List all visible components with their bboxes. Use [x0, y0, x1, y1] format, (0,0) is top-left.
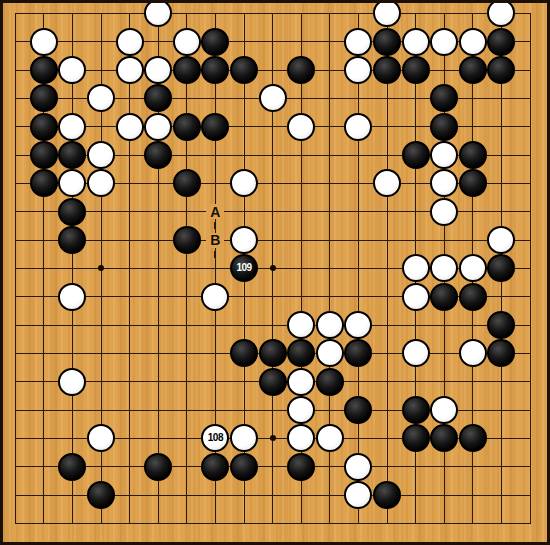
- black-stone: [58, 198, 86, 226]
- black-stone: [459, 56, 487, 84]
- black-stone: [316, 368, 344, 396]
- white-stone: [487, 0, 515, 27]
- black-stone: [287, 56, 315, 84]
- white-stone: [230, 424, 258, 452]
- white-stone: [58, 169, 86, 197]
- white-stone: [373, 0, 401, 27]
- grid-line-v: [530, 13, 531, 524]
- white-stone: [144, 0, 172, 27]
- white-stone: [344, 28, 372, 56]
- black-stone: [402, 424, 430, 452]
- black-stone: [58, 226, 86, 254]
- white-stone: [430, 254, 458, 282]
- black-stone: [259, 339, 287, 367]
- grid-line-h: [15, 523, 531, 524]
- white-stone: [58, 283, 86, 311]
- black-stone: [373, 56, 401, 84]
- black-stone: [30, 169, 58, 197]
- move-number-label: 108: [208, 433, 223, 443]
- white-stone: [316, 424, 344, 452]
- black-stone: [430, 84, 458, 112]
- white-stone: [201, 283, 229, 311]
- white-stone: [287, 424, 315, 452]
- black-stone: [459, 141, 487, 169]
- white-stone: [58, 56, 86, 84]
- black-stone: [402, 141, 430, 169]
- black-stone: [487, 254, 515, 282]
- white-stone: [487, 226, 515, 254]
- white-stone: [344, 56, 372, 84]
- white-stone: [344, 453, 372, 481]
- white-stone: [287, 396, 315, 424]
- black-stone: [230, 56, 258, 84]
- go-board[interactable]: 109108AB: [0, 0, 550, 545]
- black-stone: [459, 169, 487, 197]
- black-stone: [487, 28, 515, 56]
- black-stone: [259, 368, 287, 396]
- grid-line-v: [387, 13, 388, 524]
- black-stone: [459, 283, 487, 311]
- black-stone: [58, 453, 86, 481]
- black-stone: [201, 453, 229, 481]
- black-stone: [487, 56, 515, 84]
- white-stone: [316, 339, 344, 367]
- white-stone: [344, 311, 372, 339]
- black-stone: [58, 141, 86, 169]
- white-stone: [87, 84, 115, 112]
- black-stone: [87, 481, 115, 509]
- black-stone: [144, 141, 172, 169]
- white-stone: [87, 424, 115, 452]
- white-stone: [430, 28, 458, 56]
- black-stone: [287, 339, 315, 367]
- black-stone: [173, 56, 201, 84]
- black-stone: [344, 339, 372, 367]
- black-stone: [373, 28, 401, 56]
- black-stone: [201, 28, 229, 56]
- black-stone: [402, 396, 430, 424]
- grid-line-v: [358, 13, 359, 524]
- white-stone: [116, 56, 144, 84]
- white-stone: [316, 311, 344, 339]
- marker-dash: [214, 251, 216, 258]
- white-stone: [459, 254, 487, 282]
- black-stone: [30, 56, 58, 84]
- white-stone: [430, 141, 458, 169]
- black-stone: [201, 113, 229, 141]
- black-stone: [344, 396, 372, 424]
- white-stone: [459, 28, 487, 56]
- black-stone: [487, 339, 515, 367]
- move-number-label: 109: [236, 263, 251, 273]
- white-stone: [402, 283, 430, 311]
- white-stone: [30, 28, 58, 56]
- black-stone: [402, 56, 430, 84]
- white-stone: [287, 113, 315, 141]
- white-stone: [116, 113, 144, 141]
- black-stone: [430, 283, 458, 311]
- black-stone: [144, 453, 172, 481]
- black-stone: [173, 226, 201, 254]
- white-stone: [144, 56, 172, 84]
- point-label-a: A: [206, 204, 224, 219]
- white-stone: [402, 254, 430, 282]
- black-stone: [30, 113, 58, 141]
- star-point: [98, 265, 104, 271]
- white-stone: [259, 84, 287, 112]
- black-stone: 109: [230, 254, 258, 282]
- black-stone: [30, 141, 58, 169]
- white-stone: [173, 28, 201, 56]
- black-stone: [230, 339, 258, 367]
- white-stone: [459, 339, 487, 367]
- black-stone: [30, 84, 58, 112]
- white-stone: [430, 198, 458, 226]
- black-stone: [173, 113, 201, 141]
- white-stone: [58, 368, 86, 396]
- white-stone: [430, 169, 458, 197]
- black-stone: [230, 453, 258, 481]
- marker-dash: [214, 222, 216, 229]
- black-stone: [144, 84, 172, 112]
- grid-line-h: [15, 466, 531, 467]
- black-stone: [430, 424, 458, 452]
- white-stone: [373, 169, 401, 197]
- white-stone: [58, 113, 86, 141]
- star-point: [270, 435, 276, 441]
- black-stone: [430, 113, 458, 141]
- white-stone: [144, 113, 172, 141]
- star-point: [270, 265, 276, 271]
- white-stone: [287, 311, 315, 339]
- white-stone: [230, 226, 258, 254]
- point-label-b: B: [206, 233, 224, 248]
- white-stone: [230, 169, 258, 197]
- white-stone: [287, 368, 315, 396]
- white-stone: [87, 141, 115, 169]
- white-stone: [116, 28, 144, 56]
- black-stone: [201, 56, 229, 84]
- white-stone: [344, 481, 372, 509]
- black-stone: [287, 453, 315, 481]
- white-stone: 108: [201, 424, 229, 452]
- white-stone: [402, 339, 430, 367]
- grid-line-h: [15, 325, 531, 326]
- black-stone: [459, 424, 487, 452]
- white-stone: [402, 28, 430, 56]
- black-stone: [173, 169, 201, 197]
- white-stone: [87, 169, 115, 197]
- black-stone: [373, 481, 401, 509]
- white-stone: [430, 396, 458, 424]
- white-stone: [344, 113, 372, 141]
- black-stone: [487, 311, 515, 339]
